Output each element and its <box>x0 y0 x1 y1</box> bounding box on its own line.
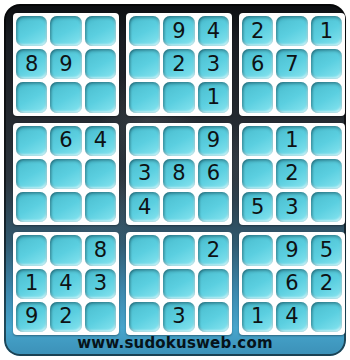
sudoku-cell-r3c1[interactable] <box>16 82 47 112</box>
sudoku-cell-r1c6[interactable]: 4 <box>198 16 229 46</box>
sudoku-cell-r1c2[interactable] <box>50 16 81 46</box>
sudoku-cell-r1c3[interactable] <box>85 16 116 46</box>
sudoku-cell-r5c8[interactable]: 2 <box>276 159 307 189</box>
sudoku-cell-r1c1[interactable] <box>16 16 47 46</box>
sudoku-cell-r2c5[interactable]: 2 <box>163 49 194 79</box>
sudoku-cell-r8c9[interactable]: 2 <box>311 269 342 299</box>
sudoku-cell-r6c4[interactable]: 4 <box>129 192 160 222</box>
sudoku-cell-r8c5[interactable] <box>163 269 194 299</box>
sudoku-cell-r7c5[interactable] <box>163 235 194 265</box>
sudoku-page: 899423121676493864125381439223956214 www… <box>0 0 350 360</box>
sudoku-cell-r5c7[interactable] <box>242 159 273 189</box>
sudoku-cell-r5c5[interactable]: 8 <box>163 159 194 189</box>
site-url-label: www.sudokusweb.com <box>4 332 346 353</box>
sudoku-box-8: 23 <box>126 232 232 335</box>
sudoku-cell-r3c2[interactable] <box>50 82 81 112</box>
sudoku-board: 899423121676493864125381439223956214 <box>13 13 345 335</box>
sudoku-box-5: 93864 <box>126 123 232 226</box>
sudoku-cell-r5c1[interactable] <box>16 159 47 189</box>
sudoku-cell-r4c8[interactable]: 1 <box>276 126 307 156</box>
sudoku-cell-r2c2[interactable]: 9 <box>50 49 81 79</box>
sudoku-cell-r3c7[interactable] <box>242 82 273 112</box>
sudoku-cell-r9c3[interactable] <box>85 302 116 332</box>
sudoku-cell-r4c7[interactable] <box>242 126 273 156</box>
sudoku-box-7: 814392 <box>13 232 119 335</box>
sudoku-cell-r4c5[interactable] <box>163 126 194 156</box>
sudoku-cell-r1c8[interactable] <box>276 16 307 46</box>
sudoku-cell-r7c6[interactable]: 2 <box>198 235 229 265</box>
sudoku-cell-r2c7[interactable]: 6 <box>242 49 273 79</box>
sudoku-cell-r8c6[interactable] <box>198 269 229 299</box>
sudoku-cell-r4c4[interactable] <box>129 126 160 156</box>
sudoku-cell-r3c4[interactable] <box>129 82 160 112</box>
sudoku-box-2: 94231 <box>126 13 232 116</box>
sudoku-cell-r9c8[interactable]: 4 <box>276 302 307 332</box>
sudoku-cell-r6c1[interactable] <box>16 192 47 222</box>
sudoku-cell-r9c2[interactable]: 2 <box>50 302 81 332</box>
sudoku-box-6: 1253 <box>239 123 345 226</box>
sudoku-cell-r7c3[interactable]: 8 <box>85 235 116 265</box>
sudoku-cell-r7c4[interactable] <box>129 235 160 265</box>
sudoku-cell-r1c7[interactable]: 2 <box>242 16 273 46</box>
sudoku-cell-r5c2[interactable] <box>50 159 81 189</box>
sudoku-cell-r4c9[interactable] <box>311 126 342 156</box>
sudoku-cell-r5c6[interactable]: 6 <box>198 159 229 189</box>
sudoku-cell-r8c4[interactable] <box>129 269 160 299</box>
sudoku-cell-r1c4[interactable] <box>129 16 160 46</box>
sudoku-cell-r2c4[interactable] <box>129 49 160 79</box>
sudoku-cell-r6c6[interactable] <box>198 192 229 222</box>
sudoku-cell-r7c9[interactable]: 5 <box>311 235 342 265</box>
sudoku-cell-r7c2[interactable] <box>50 235 81 265</box>
sudoku-cell-r7c8[interactable]: 9 <box>276 235 307 265</box>
sudoku-cell-r8c7[interactable] <box>242 269 273 299</box>
sudoku-cell-r6c3[interactable] <box>85 192 116 222</box>
sudoku-cell-r9c1[interactable]: 9 <box>16 302 47 332</box>
sudoku-cell-r2c9[interactable] <box>311 49 342 79</box>
sudoku-cell-r9c5[interactable]: 3 <box>163 302 194 332</box>
sudoku-cell-r1c9[interactable]: 1 <box>311 16 342 46</box>
sudoku-cell-r8c8[interactable]: 6 <box>276 269 307 299</box>
sudoku-cell-r6c9[interactable] <box>311 192 342 222</box>
sudoku-cell-r7c1[interactable] <box>16 235 47 265</box>
sudoku-cell-r4c1[interactable] <box>16 126 47 156</box>
sudoku-cell-r2c8[interactable]: 7 <box>276 49 307 79</box>
sudoku-cell-r6c5[interactable] <box>163 192 194 222</box>
sudoku-cell-r3c8[interactable] <box>276 82 307 112</box>
sudoku-cell-r8c3[interactable]: 3 <box>85 269 116 299</box>
sudoku-cell-r2c1[interactable]: 8 <box>16 49 47 79</box>
sudoku-cell-r4c2[interactable]: 6 <box>50 126 81 156</box>
sudoku-cell-r3c9[interactable] <box>311 82 342 112</box>
sudoku-cell-r7c7[interactable] <box>242 235 273 265</box>
sudoku-cell-r4c3[interactable]: 4 <box>85 126 116 156</box>
sudoku-cell-r9c4[interactable] <box>129 302 160 332</box>
sudoku-cell-r8c1[interactable]: 1 <box>16 269 47 299</box>
sudoku-box-1: 89 <box>13 13 119 116</box>
sudoku-cell-r3c6[interactable]: 1 <box>198 82 229 112</box>
sudoku-cell-r1c5[interactable]: 9 <box>163 16 194 46</box>
sudoku-cell-r9c7[interactable]: 1 <box>242 302 273 332</box>
sudoku-cell-r5c4[interactable]: 3 <box>129 159 160 189</box>
sudoku-cell-r5c3[interactable] <box>85 159 116 189</box>
sudoku-box-9: 956214 <box>239 232 345 335</box>
sudoku-cell-r4c6[interactable]: 9 <box>198 126 229 156</box>
sudoku-cell-r9c9[interactable] <box>311 302 342 332</box>
sudoku-cell-r6c7[interactable]: 5 <box>242 192 273 222</box>
sudoku-cell-r5c9[interactable] <box>311 159 342 189</box>
sudoku-cell-r2c3[interactable] <box>85 49 116 79</box>
sudoku-cell-r8c2[interactable]: 4 <box>50 269 81 299</box>
sudoku-cell-r6c2[interactable] <box>50 192 81 222</box>
sudoku-box-3: 2167 <box>239 13 345 116</box>
sudoku-box-4: 64 <box>13 123 119 226</box>
sudoku-cell-r3c3[interactable] <box>85 82 116 112</box>
sudoku-cell-r2c6[interactable]: 3 <box>198 49 229 79</box>
sudoku-cell-r9c6[interactable] <box>198 302 229 332</box>
sudoku-cell-r6c8[interactable]: 3 <box>276 192 307 222</box>
sudoku-cell-r3c5[interactable] <box>163 82 194 112</box>
